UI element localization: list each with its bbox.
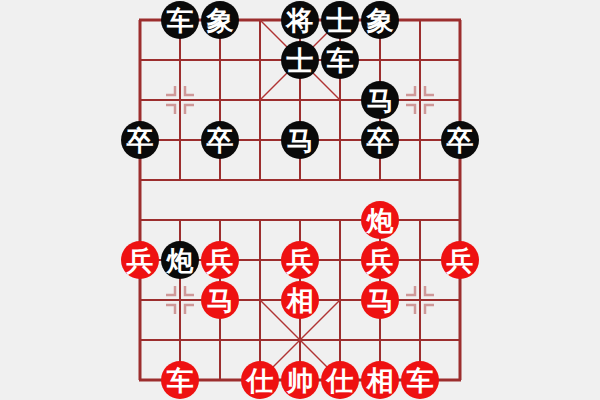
black-soldier[interactable]: 卒 bbox=[361, 121, 399, 159]
red-horse[interactable]: 马 bbox=[201, 281, 239, 319]
black-chariot[interactable]: 车 bbox=[161, 1, 199, 39]
black-soldier[interactable]: 卒 bbox=[441, 121, 479, 159]
black-elephant[interactable]: 象 bbox=[201, 1, 239, 39]
red-chariot[interactable]: 车 bbox=[161, 361, 199, 399]
red-cannon[interactable]: 炮 bbox=[361, 201, 399, 239]
black-horse[interactable]: 马 bbox=[281, 121, 319, 159]
red-soldier[interactable]: 兵 bbox=[281, 241, 319, 279]
red-soldier[interactable]: 兵 bbox=[201, 241, 239, 279]
black-general[interactable]: 将 bbox=[281, 1, 319, 39]
xiangqi-screen: 车象将士象士车马卒卒马卒卒炮炮兵兵兵兵兵马相马车仕帅仕相车 bbox=[0, 0, 600, 400]
black-soldier[interactable]: 卒 bbox=[201, 121, 239, 159]
red-soldier[interactable]: 兵 bbox=[121, 241, 159, 279]
black-advisor[interactable]: 士 bbox=[321, 1, 359, 39]
red-general[interactable]: 帅 bbox=[281, 361, 319, 399]
black-advisor[interactable]: 士 bbox=[281, 41, 319, 79]
red-soldier[interactable]: 兵 bbox=[441, 241, 479, 279]
xiangqi-board[interactable]: 车象将士象士车马卒卒马卒卒炮炮兵兵兵兵兵马相马车仕帅仕相车 bbox=[120, 0, 480, 400]
red-advisor[interactable]: 仕 bbox=[321, 361, 359, 399]
black-horse[interactable]: 马 bbox=[361, 81, 399, 119]
black-soldier[interactable]: 卒 bbox=[121, 121, 159, 159]
black-cannon[interactable]: 炮 bbox=[161, 241, 199, 279]
red-elephant[interactable]: 相 bbox=[281, 281, 319, 319]
red-elephant[interactable]: 相 bbox=[361, 361, 399, 399]
black-chariot[interactable]: 车 bbox=[321, 41, 359, 79]
red-horse[interactable]: 马 bbox=[361, 281, 399, 319]
red-advisor[interactable]: 仕 bbox=[241, 361, 279, 399]
red-chariot[interactable]: 车 bbox=[401, 361, 439, 399]
black-elephant[interactable]: 象 bbox=[361, 1, 399, 39]
red-soldier[interactable]: 兵 bbox=[361, 241, 399, 279]
